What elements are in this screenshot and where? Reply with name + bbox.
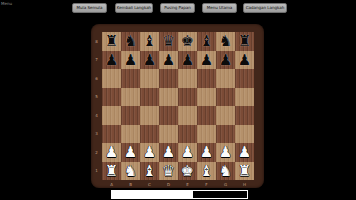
square-d3[interactable] [159, 125, 178, 144]
square-f2[interactable]: ♟ [197, 143, 216, 162]
rank-label-5: 5 [91, 88, 102, 107]
square-a5[interactable] [102, 88, 121, 107]
piece-white-pawn: ♟ [162, 143, 175, 161]
square-c3[interactable] [140, 125, 159, 144]
file-label-g: G [216, 180, 235, 188]
square-h8[interactable]: ♜ [235, 32, 254, 51]
rank-label-2: 2 [91, 143, 102, 162]
square-a4[interactable] [102, 106, 121, 125]
piece-black-pawn: ♟ [219, 51, 232, 69]
piece-white-rook: ♜ [238, 162, 251, 180]
square-h3[interactable] [235, 125, 254, 144]
piece-black-pawn: ♟ [105, 51, 118, 69]
piece-white-bishop: ♝ [143, 162, 156, 180]
piece-white-pawn: ♟ [105, 143, 118, 161]
square-b5[interactable] [121, 88, 140, 107]
flip-board-button[interactable]: Pusing Papan [160, 3, 195, 13]
piece-black-king: ♚ [181, 32, 194, 50]
undo-move-button[interactable]: Kembali Langkah [115, 3, 153, 13]
square-f3[interactable] [197, 125, 216, 144]
piece-black-pawn: ♟ [124, 51, 137, 69]
square-f8[interactable]: ♝ [197, 32, 216, 51]
square-e5[interactable] [178, 88, 197, 107]
square-b8[interactable]: ♞ [121, 32, 140, 51]
square-d6[interactable] [159, 69, 178, 88]
rank-label-6: 6 [91, 69, 102, 88]
square-g5[interactable] [216, 88, 235, 107]
square-e4[interactable] [178, 106, 197, 125]
square-g4[interactable] [216, 106, 235, 125]
square-f7[interactable]: ♟ [197, 51, 216, 70]
piece-white-pawn: ♟ [219, 143, 232, 161]
square-h7[interactable]: ♟ [235, 51, 254, 70]
file-label-b: B [121, 180, 140, 188]
square-e1[interactable]: ♚ [178, 162, 197, 181]
square-h6[interactable] [235, 69, 254, 88]
square-a2[interactable]: ♟ [102, 143, 121, 162]
piece-black-rook: ♜ [105, 32, 118, 50]
file-label-f: F [197, 180, 216, 188]
piece-white-pawn: ♟ [143, 143, 156, 161]
piece-black-pawn: ♟ [238, 51, 251, 69]
piece-white-pawn: ♟ [181, 143, 194, 161]
piece-white-knight: ♞ [124, 162, 137, 180]
square-c6[interactable] [140, 69, 159, 88]
square-a8[interactable]: ♜ [102, 32, 121, 51]
square-d4[interactable] [159, 106, 178, 125]
square-g1[interactable]: ♞ [216, 162, 235, 181]
file-label-h: H [235, 180, 254, 188]
square-f6[interactable] [197, 69, 216, 88]
piece-black-knight: ♞ [124, 32, 137, 50]
square-f1[interactable]: ♝ [197, 162, 216, 181]
square-f5[interactable] [197, 88, 216, 107]
square-c8[interactable]: ♝ [140, 32, 159, 51]
square-b4[interactable] [121, 106, 140, 125]
square-g7[interactable]: ♟ [216, 51, 235, 70]
restart-button[interactable]: Mula Semula [72, 3, 107, 13]
piece-black-knight: ♞ [219, 32, 232, 50]
rank-label-7: 7 [91, 51, 102, 70]
piece-white-rook: ♜ [105, 162, 118, 180]
square-e8[interactable]: ♚ [178, 32, 197, 51]
square-b7[interactable]: ♟ [121, 51, 140, 70]
square-d2[interactable]: ♟ [159, 143, 178, 162]
main-menu-button[interactable]: Menu Utama [202, 3, 237, 13]
square-c4[interactable] [140, 106, 159, 125]
piece-white-knight: ♞ [219, 162, 232, 180]
square-h5[interactable] [235, 88, 254, 107]
square-d5[interactable] [159, 88, 178, 107]
square-d1[interactable]: ♛ [159, 162, 178, 181]
square-e6[interactable] [178, 69, 197, 88]
piece-black-rook: ♜ [238, 32, 251, 50]
square-h2[interactable]: ♟ [235, 143, 254, 162]
hint-move-button[interactable]: Cadangan Langkah [243, 3, 287, 13]
chess-board: 87654321 ♜♞♝♛♚♝♞♜♟♟♟♟♟♟♟♟♟♟♟♟♟♟♟♟♜♞♝♛♚♝♞… [91, 24, 264, 188]
square-a1[interactable]: ♜ [102, 162, 121, 181]
square-c2[interactable]: ♟ [140, 143, 159, 162]
piece-black-bishop: ♝ [200, 32, 213, 50]
board-grid: ♜♞♝♛♚♝♞♜♟♟♟♟♟♟♟♟♟♟♟♟♟♟♟♟♜♞♝♛♚♝♞♜ [102, 32, 254, 180]
piece-white-pawn: ♟ [124, 143, 137, 161]
piece-white-bishop: ♝ [200, 162, 213, 180]
square-b6[interactable] [121, 69, 140, 88]
square-g6[interactable] [216, 69, 235, 88]
square-b1[interactable]: ♞ [121, 162, 140, 181]
piece-white-pawn: ♟ [238, 143, 251, 161]
square-g2[interactable]: ♟ [216, 143, 235, 162]
file-labels: ABCDEFGH [102, 180, 254, 188]
progress-fill [112, 191, 193, 198]
piece-black-queen: ♛ [162, 32, 175, 50]
square-f4[interactable] [197, 106, 216, 125]
square-a6[interactable] [102, 69, 121, 88]
square-b3[interactable] [121, 125, 140, 144]
piece-black-pawn: ♟ [162, 51, 175, 69]
piece-white-king: ♚ [181, 162, 194, 180]
piece-white-pawn: ♟ [200, 143, 213, 161]
square-e7[interactable]: ♟ [178, 51, 197, 70]
file-label-d: D [159, 180, 178, 188]
square-c7[interactable]: ♟ [140, 51, 159, 70]
square-g3[interactable] [216, 125, 235, 144]
progress-bar [111, 190, 248, 199]
rank-label-1: 1 [91, 162, 102, 181]
square-e3[interactable] [178, 125, 197, 144]
square-a7[interactable]: ♟ [102, 51, 121, 70]
rank-label-8: 8 [91, 32, 102, 51]
file-label-c: C [140, 180, 159, 188]
square-b2[interactable]: ♟ [121, 143, 140, 162]
square-g8[interactable]: ♞ [216, 32, 235, 51]
file-label-e: E [178, 180, 197, 188]
square-e2[interactable]: ♟ [178, 143, 197, 162]
square-c1[interactable]: ♝ [140, 162, 159, 181]
square-d7[interactable]: ♟ [159, 51, 178, 70]
square-c5[interactable] [140, 88, 159, 107]
rank-labels: 87654321 [91, 32, 102, 180]
rank-label-4: 4 [91, 106, 102, 125]
piece-black-pawn: ♟ [143, 51, 156, 69]
square-h4[interactable] [235, 106, 254, 125]
square-a3[interactable] [102, 125, 121, 144]
square-h1[interactable]: ♜ [235, 162, 254, 181]
piece-black-pawn: ♟ [181, 51, 194, 69]
toolbar: Mula Semula Kembali Langkah Pusing Papan… [0, 0, 356, 16]
rank-label-3: 3 [91, 125, 102, 144]
file-label-a: A [102, 180, 121, 188]
piece-black-bishop: ♝ [143, 32, 156, 50]
piece-white-queen: ♛ [162, 162, 175, 180]
square-d8[interactable]: ♛ [159, 32, 178, 51]
piece-black-pawn: ♟ [200, 51, 213, 69]
